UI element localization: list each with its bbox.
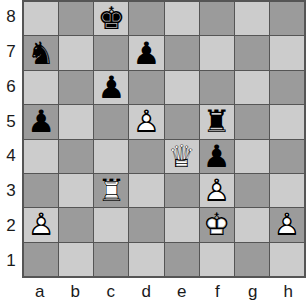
square-g2[interactable] bbox=[235, 208, 269, 241]
square-h7[interactable] bbox=[270, 36, 304, 69]
square-a2[interactable]: ♟♙ bbox=[24, 208, 58, 241]
square-g7[interactable] bbox=[235, 36, 269, 69]
square-f6[interactable] bbox=[200, 71, 234, 104]
square-e7[interactable] bbox=[165, 36, 199, 69]
black-pawn-c6[interactable]: ♟ bbox=[94, 71, 128, 104]
white-piece-outline: ♙ bbox=[27, 209, 55, 240]
square-f1[interactable] bbox=[200, 243, 234, 276]
square-g8[interactable] bbox=[235, 2, 269, 35]
square-h5[interactable] bbox=[270, 105, 304, 138]
square-b5[interactable] bbox=[59, 105, 93, 138]
board: ♚♞♟♟♟♟♙♜♛♕♟♜♖♟♙♟♙♚♔♟♙ bbox=[22, 0, 306, 278]
square-a8[interactable] bbox=[24, 2, 58, 35]
black-rook-f5[interactable]: ♜ bbox=[200, 105, 234, 138]
square-d7[interactable]: ♟ bbox=[129, 36, 163, 69]
square-c7[interactable] bbox=[94, 36, 128, 69]
white-pawn-d5[interactable]: ♟♙ bbox=[129, 105, 163, 138]
white-piece-outline: ♖ bbox=[97, 175, 125, 206]
chess-diagram: 8 7 6 5 4 3 2 1 ♚♞♟♟♟♟♙♜♛♕♟♜♖♟♙♟♙♚♔♟♙ a … bbox=[0, 0, 306, 306]
square-c3[interactable]: ♜♖ bbox=[94, 174, 128, 207]
square-f3[interactable]: ♟♙ bbox=[200, 174, 234, 207]
square-g3[interactable] bbox=[235, 174, 269, 207]
white-piece-outline: ♔ bbox=[203, 209, 231, 240]
square-h4[interactable] bbox=[270, 140, 304, 173]
rank-label-6: 6 bbox=[0, 70, 22, 105]
black-king-c8[interactable]: ♚ bbox=[94, 2, 128, 35]
square-f5[interactable]: ♜ bbox=[200, 105, 234, 138]
square-g5[interactable] bbox=[235, 105, 269, 138]
square-c2[interactable] bbox=[94, 208, 128, 241]
square-d8[interactable] bbox=[129, 2, 163, 35]
file-labels: a b c d e f g h bbox=[22, 278, 306, 306]
white-pawn-a2[interactable]: ♟♙ bbox=[24, 208, 58, 241]
file-label-g: g bbox=[235, 278, 271, 306]
square-e1[interactable] bbox=[165, 243, 199, 276]
file-label-b: b bbox=[58, 278, 94, 306]
white-piece-outline: ♙ bbox=[133, 106, 161, 137]
square-b7[interactable] bbox=[59, 36, 93, 69]
square-h3[interactable] bbox=[270, 174, 304, 207]
white-piece-outline: ♕ bbox=[168, 141, 196, 172]
black-pawn-d7[interactable]: ♟ bbox=[129, 36, 163, 69]
square-d6[interactable] bbox=[129, 71, 163, 104]
square-c5[interactable] bbox=[94, 105, 128, 138]
white-piece-outline: ♙ bbox=[203, 175, 231, 206]
square-f2[interactable]: ♚♔ bbox=[200, 208, 234, 241]
white-pawn-f3[interactable]: ♟♙ bbox=[200, 174, 234, 207]
rank-label-4: 4 bbox=[0, 139, 22, 174]
white-king-f2[interactable]: ♚♔ bbox=[200, 208, 234, 241]
square-c6[interactable]: ♟ bbox=[94, 71, 128, 104]
white-piece-outline: ♙ bbox=[273, 209, 301, 240]
square-d4[interactable] bbox=[129, 140, 163, 173]
square-h6[interactable] bbox=[270, 71, 304, 104]
file-label-c: c bbox=[93, 278, 129, 306]
square-b4[interactable] bbox=[59, 140, 93, 173]
rank-label-8: 8 bbox=[0, 0, 22, 35]
white-rook-c3[interactable]: ♜♖ bbox=[94, 174, 128, 207]
square-h1[interactable] bbox=[270, 243, 304, 276]
square-c4[interactable] bbox=[94, 140, 128, 173]
file-label-d: d bbox=[129, 278, 165, 306]
square-a6[interactable] bbox=[24, 71, 58, 104]
square-e5[interactable] bbox=[165, 105, 199, 138]
square-e3[interactable] bbox=[165, 174, 199, 207]
square-e2[interactable] bbox=[165, 208, 199, 241]
rank-label-5: 5 bbox=[0, 104, 22, 139]
square-e6[interactable] bbox=[165, 71, 199, 104]
file-label-e: e bbox=[164, 278, 200, 306]
square-a7[interactable]: ♞ bbox=[24, 36, 58, 69]
square-a3[interactable] bbox=[24, 174, 58, 207]
square-b1[interactable] bbox=[59, 243, 93, 276]
rank-label-2: 2 bbox=[0, 209, 22, 244]
square-f8[interactable] bbox=[200, 2, 234, 35]
square-b2[interactable] bbox=[59, 208, 93, 241]
black-knight-a7[interactable]: ♞ bbox=[24, 36, 58, 69]
square-e8[interactable] bbox=[165, 2, 199, 35]
rank-label-1: 1 bbox=[0, 243, 22, 278]
square-f4[interactable]: ♟ bbox=[200, 140, 234, 173]
square-g6[interactable] bbox=[235, 71, 269, 104]
file-label-h: h bbox=[271, 278, 307, 306]
square-d1[interactable] bbox=[129, 243, 163, 276]
square-f7[interactable] bbox=[200, 36, 234, 69]
rank-label-3: 3 bbox=[0, 174, 22, 209]
file-label-a: a bbox=[22, 278, 58, 306]
square-b3[interactable] bbox=[59, 174, 93, 207]
white-pawn-h2[interactable]: ♟♙ bbox=[270, 208, 304, 241]
rank-labels: 8 7 6 5 4 3 2 1 bbox=[0, 0, 22, 278]
square-d2[interactable] bbox=[129, 208, 163, 241]
square-a5[interactable]: ♟ bbox=[24, 105, 58, 138]
rank-label-7: 7 bbox=[0, 35, 22, 70]
square-b6[interactable] bbox=[59, 71, 93, 104]
square-d3[interactable] bbox=[129, 174, 163, 207]
black-pawn-f4[interactable]: ♟ bbox=[200, 140, 234, 173]
square-a1[interactable] bbox=[24, 243, 58, 276]
square-g4[interactable] bbox=[235, 140, 269, 173]
square-h2[interactable]: ♟♙ bbox=[270, 208, 304, 241]
black-pawn-a5[interactable]: ♟ bbox=[24, 105, 58, 138]
file-label-f: f bbox=[200, 278, 236, 306]
square-a4[interactable] bbox=[24, 140, 58, 173]
square-d5[interactable]: ♟♙ bbox=[129, 105, 163, 138]
square-h8[interactable] bbox=[270, 2, 304, 35]
square-c8[interactable]: ♚ bbox=[94, 2, 128, 35]
square-e4[interactable]: ♛♕ bbox=[165, 140, 199, 173]
square-b8[interactable] bbox=[59, 2, 93, 35]
white-queen-e4[interactable]: ♛♕ bbox=[165, 140, 199, 173]
square-g1[interactable] bbox=[235, 243, 269, 276]
square-c1[interactable] bbox=[94, 243, 128, 276]
